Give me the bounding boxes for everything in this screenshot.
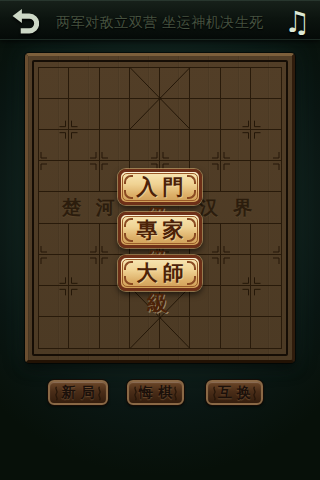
level-button-label: 專家級 (121, 215, 199, 245)
music-toggle-button[interactable]: ♫ (280, 3, 314, 39)
page-title: 两军对敌立双营 坐运神机决生死 (42, 1, 278, 41)
back-arrow-icon (11, 6, 39, 34)
level-button-master[interactable]: 大師級 (118, 255, 202, 291)
level-button-beginner[interactable]: 入門級 (118, 169, 202, 205)
new-game-button[interactable]: 新局 (48, 380, 108, 405)
undo-move-button[interactable]: 悔棋 (127, 380, 184, 405)
level-button-expert[interactable]: 專家級 (118, 212, 202, 248)
scroll-ornament-icon (172, 386, 179, 401)
swap-sides-button[interactable]: 互换 (206, 380, 263, 405)
music-note-icon: ♫ (284, 5, 310, 39)
scroll-ornament-icon (251, 386, 258, 401)
river-label-right: 汉界 (199, 195, 267, 221)
level-button-label: 入門級 (121, 172, 199, 202)
back-button[interactable] (8, 4, 42, 38)
scroll-ornament-icon (96, 386, 103, 401)
level-button-label: 大師級 (121, 258, 199, 288)
header-bar: 两军对敌立双营 坐运神机决生死 ♫ (0, 0, 320, 40)
